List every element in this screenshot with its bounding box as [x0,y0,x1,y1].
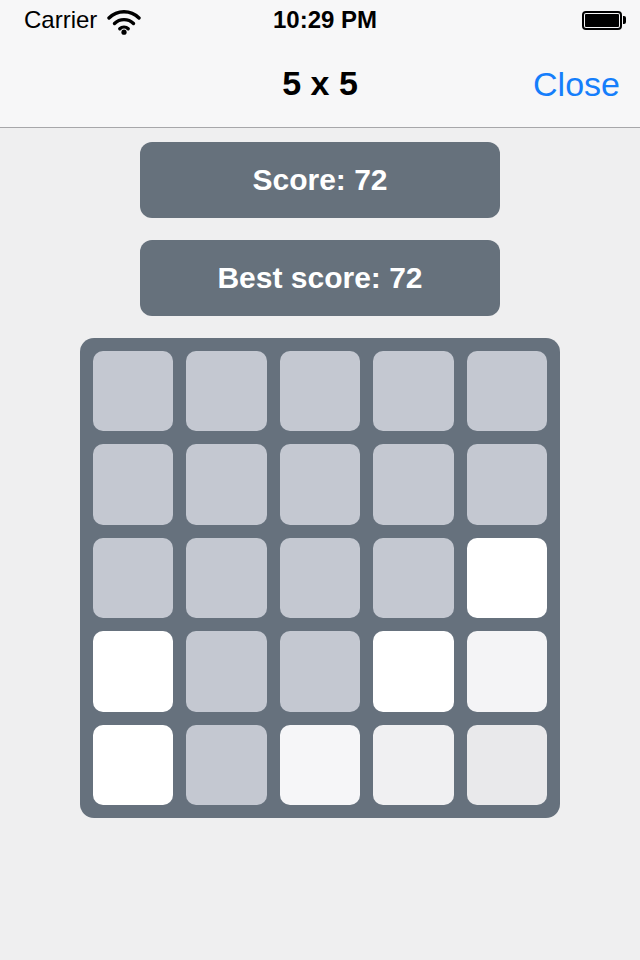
board-cell-r2c3[interactable] [280,444,360,524]
score-panel: Score: 72 [140,142,500,218]
status-time: 10:29 PM [273,6,377,34]
board-cell-r1c1[interactable] [93,351,173,431]
board-cell-r2c4[interactable] [373,444,453,524]
board-cell-r4c4[interactable] [373,631,453,711]
board-cell-r1c4[interactable] [373,351,453,431]
close-button[interactable]: Close [533,64,620,103]
board-cell-r2c5[interactable] [467,444,547,524]
status-bar: Carrier 10:29 PM [0,0,640,40]
board-cell-r3c5[interactable] [467,538,547,618]
board-cell-r4c3[interactable] [280,631,360,711]
nav-bar: 5 x 5 Close [0,40,640,127]
board-cell-r4c1[interactable] [93,631,173,711]
board-cell-r2c1[interactable] [93,444,173,524]
board-cell-r3c3[interactable] [280,538,360,618]
board-cell-r4c5[interactable] [467,631,547,711]
battery-full-icon [582,11,626,30]
board-cell-r5c3[interactable] [280,725,360,805]
board-cell-r1c3[interactable] [280,351,360,431]
game-board [80,338,560,818]
board-cell-r3c4[interactable] [373,538,453,618]
scoreboard: Score: 72 Best score: 72 [0,142,640,316]
board-cell-r5c2[interactable] [186,725,266,805]
board-cell-r5c4[interactable] [373,725,453,805]
board-cell-r3c2[interactable] [186,538,266,618]
board-cell-r1c2[interactable] [186,351,266,431]
best-score-label: Best score: 72 [217,261,422,295]
best-score-panel: Best score: 72 [140,240,500,316]
board-cell-r5c5[interactable] [467,725,547,805]
board-cell-r4c2[interactable] [186,631,266,711]
board-cell-r2c2[interactable] [186,444,266,524]
board-cell-r1c5[interactable] [467,351,547,431]
score-label: Score: 72 [252,163,387,197]
board-cell-r5c1[interactable] [93,725,173,805]
top-chrome: Carrier 10:29 PM 5 x 5 Close [0,0,640,128]
board-cell-r3c1[interactable] [93,538,173,618]
wifi-icon [107,9,141,35]
page-title: 5 x 5 [282,64,358,103]
carrier-label: Carrier [24,6,97,34]
